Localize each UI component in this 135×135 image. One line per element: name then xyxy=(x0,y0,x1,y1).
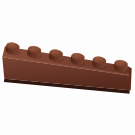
photo-rendering xyxy=(0,0,135,135)
lego-plate-product-photo xyxy=(0,0,135,135)
